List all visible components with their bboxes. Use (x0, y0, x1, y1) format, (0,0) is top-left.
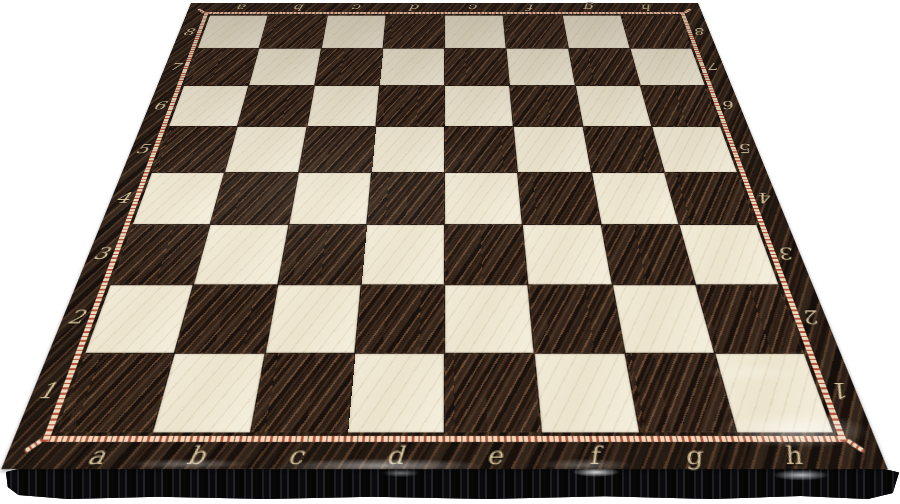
square-d6[interactable] (376, 86, 444, 127)
board-grid (56, 16, 833, 433)
square-d5[interactable] (372, 127, 444, 173)
square-g7[interactable] (569, 49, 640, 85)
square-b3[interactable] (194, 225, 287, 284)
square-e8[interactable] (445, 16, 506, 49)
square-c2[interactable] (265, 285, 360, 353)
square-a3[interactable] (111, 225, 210, 284)
square-d7[interactable] (380, 49, 444, 85)
corner-flourish-top-right-icon (683, 8, 692, 13)
square-a2[interactable] (86, 285, 193, 353)
square-f8[interactable] (504, 16, 568, 49)
coords-bottom: abcdefgh (43, 442, 847, 469)
square-c3[interactable] (278, 225, 366, 284)
square-b7[interactable] (249, 49, 320, 85)
square-g4[interactable] (592, 173, 679, 225)
square-g6[interactable] (575, 86, 651, 127)
square-b5[interactable] (225, 127, 306, 173)
corner-flourish-top-left-icon (197, 8, 206, 13)
board-side-edge (6, 466, 899, 499)
square-c1[interactable] (251, 354, 354, 433)
coord-label-8-right: 8 (685, 16, 716, 49)
square-e2[interactable] (445, 285, 534, 353)
square-c8[interactable] (321, 16, 385, 49)
square-h3[interactable] (679, 225, 778, 284)
coord-label-c-top: c (328, 3, 387, 12)
square-a7[interactable] (184, 49, 258, 85)
square-e5[interactable] (445, 127, 517, 173)
square-e1[interactable] (445, 354, 541, 433)
coord-label-g-bottom: g (640, 442, 745, 469)
rope-trim-bottom (42, 436, 847, 442)
square-a5[interactable] (152, 127, 237, 173)
square-f1[interactable] (535, 354, 638, 433)
square-c5[interactable] (299, 127, 375, 173)
square-f3[interactable] (523, 225, 611, 284)
square-e6[interactable] (445, 86, 513, 127)
square-h8[interactable] (621, 16, 691, 49)
coord-label-b-bottom: b (143, 442, 248, 469)
square-c4[interactable] (289, 173, 371, 225)
coord-label-e-top: e (445, 3, 503, 12)
square-f6[interactable] (510, 86, 582, 127)
coord-label-a-top: a (211, 3, 272, 12)
square-g5[interactable] (583, 127, 664, 173)
coord-label-f-top: f (502, 3, 561, 12)
coord-label-d-bottom: d (344, 442, 444, 469)
square-h2[interactable] (696, 285, 803, 353)
square-h4[interactable] (665, 173, 756, 225)
square-c7[interactable] (315, 49, 383, 85)
square-b4[interactable] (211, 173, 298, 225)
square-f7[interactable] (507, 49, 575, 85)
coord-label-c-bottom: c (244, 442, 347, 469)
corner-flourish-bottom-right-icon (845, 438, 865, 453)
square-e7[interactable] (445, 49, 509, 85)
coord-label-g-top: g (559, 3, 619, 12)
square-d1[interactable] (348, 354, 444, 433)
square-d3[interactable] (362, 225, 444, 284)
square-f2[interactable] (529, 285, 624, 353)
coords-top: abcdefgh (211, 3, 678, 12)
coord-label-d-top: d (386, 3, 444, 12)
square-d8[interactable] (383, 16, 444, 49)
square-b2[interactable] (175, 285, 276, 353)
square-e3[interactable] (445, 225, 527, 284)
coord-label-e-bottom: e (445, 442, 545, 469)
coord-label-a-bottom: a (43, 442, 151, 469)
coord-label-h-bottom: h (738, 442, 846, 469)
coord-label-h-top: h (617, 3, 678, 12)
square-e4[interactable] (445, 173, 522, 225)
square-h5[interactable] (652, 127, 737, 173)
square-a6[interactable] (169, 86, 248, 127)
square-h7[interactable] (630, 49, 704, 85)
rope-trim-top (204, 12, 685, 14)
chessboard: abcdefgh abcdefgh 87654321 87654321 (1, 3, 887, 469)
photo-background: abcdefgh abcdefgh 87654321 87654321 (0, 0, 900, 504)
square-d4[interactable] (367, 173, 444, 225)
square-b6[interactable] (238, 86, 314, 127)
square-f5[interactable] (514, 127, 590, 173)
square-b8[interactable] (260, 16, 327, 49)
square-f4[interactable] (518, 173, 600, 225)
square-h6[interactable] (641, 86, 720, 127)
square-h1[interactable] (715, 354, 833, 433)
square-g8[interactable] (562, 16, 629, 49)
square-c6[interactable] (307, 86, 379, 127)
coord-label-f-bottom: f (542, 442, 645, 469)
square-a8[interactable] (198, 16, 268, 49)
square-g3[interactable] (601, 225, 694, 284)
corner-flourish-bottom-left-icon (24, 438, 44, 453)
coord-label-b-top: b (270, 3, 330, 12)
square-d2[interactable] (355, 285, 444, 353)
square-a4[interactable] (133, 173, 224, 225)
